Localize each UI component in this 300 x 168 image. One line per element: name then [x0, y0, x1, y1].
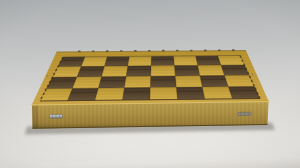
- right-clasp: [238, 112, 251, 116]
- photo-backdrop: [0, 0, 300, 168]
- hinge-knuckle: [232, 49, 235, 51]
- hinge-knuckle: [148, 50, 151, 52]
- hinge-knuckle: [92, 50, 95, 52]
- frame-pin: [47, 75, 49, 77]
- hinge-knuckle: [134, 50, 137, 52]
- hinge-knuckle: [218, 49, 221, 51]
- chess-box: [0, 0, 300, 168]
- box-left-edge: [32, 104, 39, 128]
- frame-pin: [255, 87, 257, 89]
- board-grain-overlay: [30, 50, 270, 105]
- hinge-knuckle: [204, 50, 207, 52]
- hinge-knuckle: [120, 50, 123, 52]
- box-front-grain: [32, 101, 269, 129]
- hinge-knuckle: [176, 50, 179, 52]
- hinge-knuckle: [162, 50, 165, 52]
- left-clasp: [49, 114, 62, 118]
- hinge-knuckle: [190, 50, 193, 52]
- frame-pin: [44, 88, 46, 90]
- frame-pin: [252, 74, 254, 76]
- hinge-knuckle: [78, 51, 81, 53]
- hinge-knuckle: [106, 50, 109, 52]
